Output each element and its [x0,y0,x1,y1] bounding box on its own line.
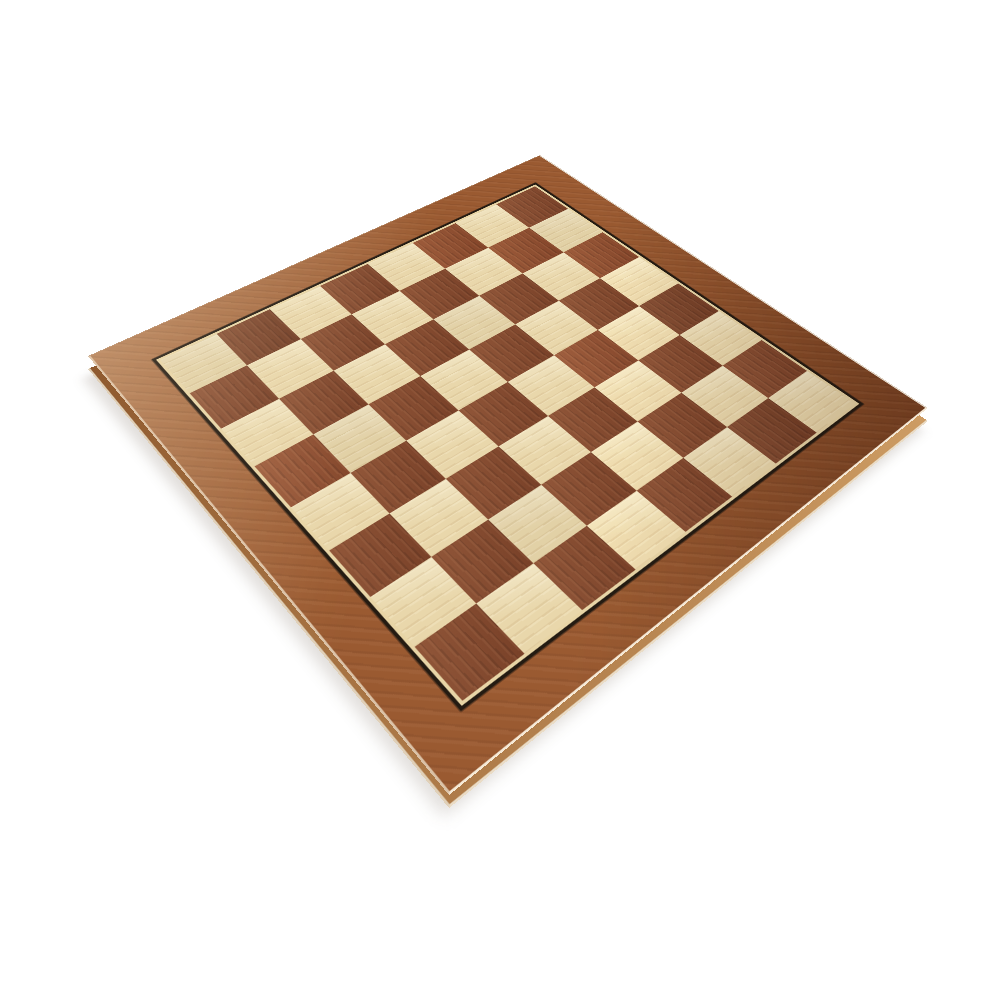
playing-field [160,186,855,700]
chess-board [88,155,928,795]
photo-background [0,0,1000,1000]
